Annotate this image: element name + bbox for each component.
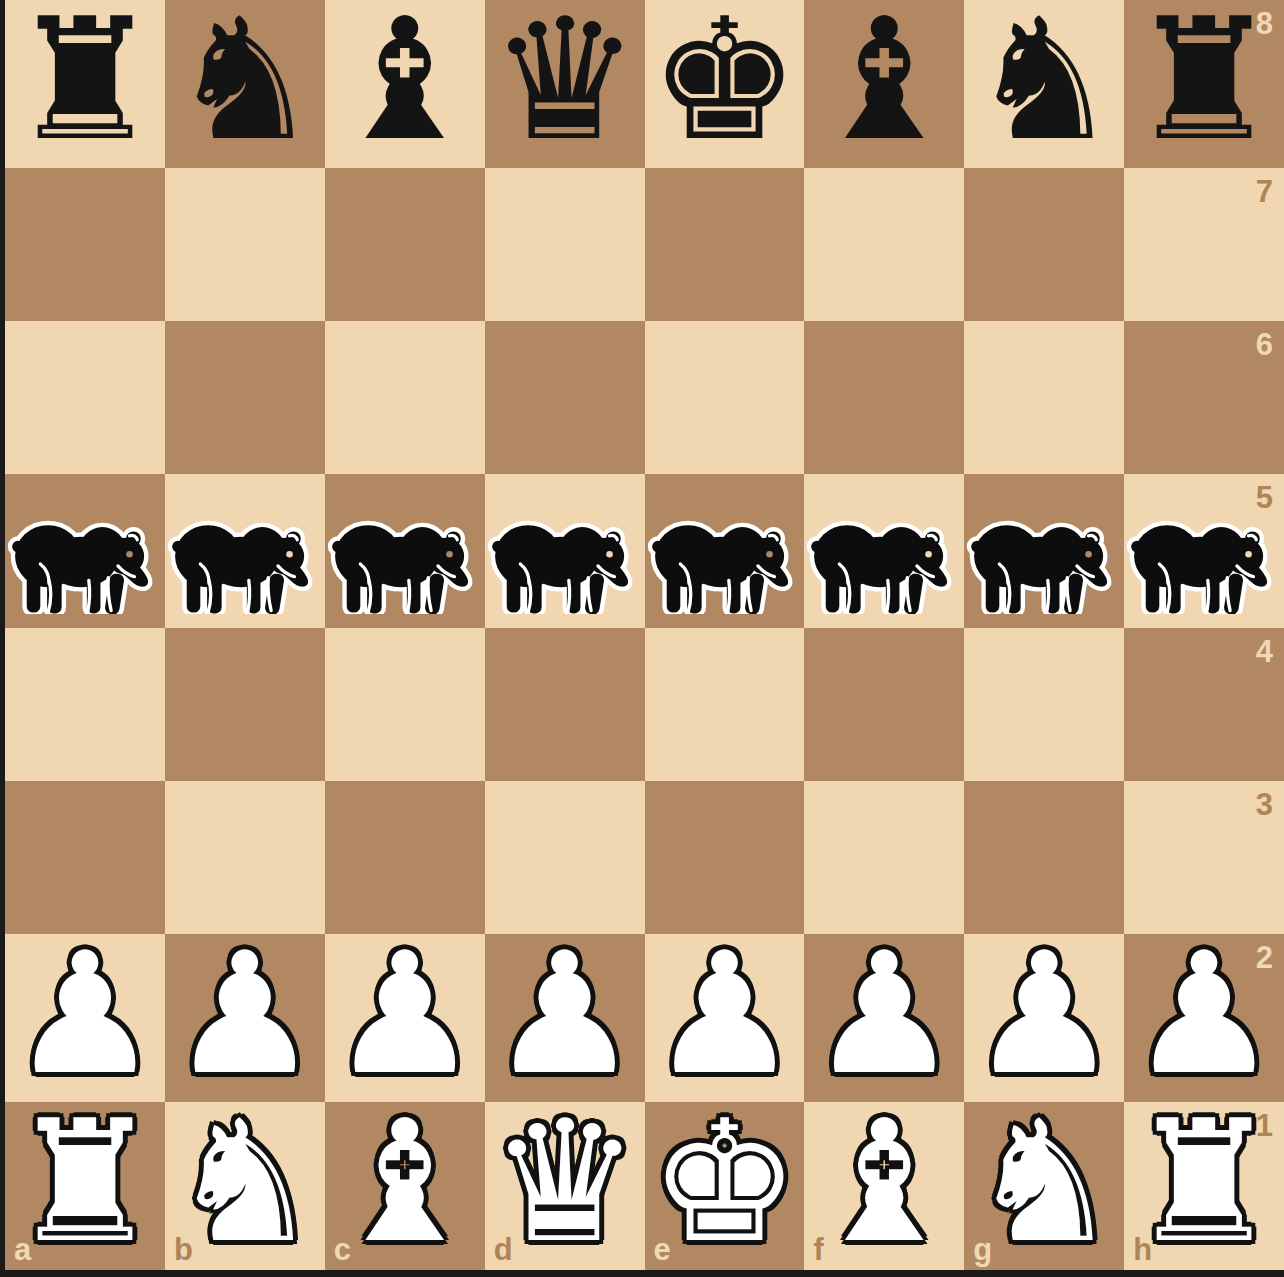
- file-label-b: b: [174, 1234, 193, 1265]
- file-label-c: c: [334, 1234, 351, 1265]
- square-d2[interactable]: ♟: [485, 934, 645, 1102]
- rank-label-5: 5: [1256, 482, 1273, 513]
- square-d4[interactable]: [485, 628, 645, 781]
- rank-label-3: 3: [1256, 789, 1273, 820]
- square-g4[interactable]: [964, 628, 1124, 781]
- square-g8[interactable]: ♞: [964, 0, 1124, 168]
- black-bear-piece[interactable]: [645, 498, 805, 614]
- square-a7[interactable]: [5, 168, 165, 321]
- square-f5[interactable]: [804, 474, 964, 627]
- black-bear-piece[interactable]: [165, 498, 325, 614]
- bear-eye: [446, 551, 453, 558]
- piece-white-rook[interactable]: ♜: [10, 1098, 161, 1266]
- square-d8[interactable]: ♛: [485, 0, 645, 168]
- square-e3[interactable]: [645, 781, 805, 934]
- piece-black-knight[interactable]: ♞: [170, 0, 321, 164]
- square-c2[interactable]: ♟: [325, 934, 485, 1102]
- bear-body: [1131, 525, 1267, 614]
- square-b3[interactable]: [165, 781, 325, 934]
- square-e8[interactable]: ♚: [645, 0, 805, 168]
- square-b8[interactable]: ♞: [165, 0, 325, 168]
- square-b1[interactable]: ♞b: [165, 1102, 325, 1270]
- bear-eye: [126, 551, 133, 558]
- square-g6[interactable]: [964, 321, 1124, 474]
- piece-black-bishop[interactable]: ♝: [809, 0, 960, 164]
- piece-white-pawn[interactable]: ♟: [809, 930, 960, 1098]
- square-h8[interactable]: ♜8: [1124, 0, 1284, 168]
- square-d6[interactable]: [485, 321, 645, 474]
- piece-black-rook[interactable]: ♜: [10, 0, 161, 164]
- square-c1[interactable]: ♝c: [325, 1102, 485, 1270]
- file-label-g: g: [973, 1234, 992, 1265]
- square-e4[interactable]: [645, 628, 805, 781]
- square-e7[interactable]: [645, 168, 805, 321]
- file-label-h: h: [1133, 1234, 1152, 1265]
- bear-eye: [286, 551, 293, 558]
- square-h5[interactable]: 5: [1124, 474, 1284, 627]
- square-c6[interactable]: [325, 321, 485, 474]
- piece-white-bishop[interactable]: ♝: [329, 1098, 480, 1266]
- bear-body: [652, 525, 788, 614]
- piece-white-pawn[interactable]: ♟: [489, 930, 640, 1098]
- bear-body: [971, 525, 1107, 614]
- square-b4[interactable]: [165, 628, 325, 781]
- black-bear-piece[interactable]: [485, 498, 645, 614]
- square-h6[interactable]: 6: [1124, 321, 1284, 474]
- piece-white-pawn[interactable]: ♟: [649, 930, 800, 1098]
- rank-label-8: 8: [1256, 8, 1273, 39]
- square-c4[interactable]: [325, 628, 485, 781]
- square-d1[interactable]: ♛d: [485, 1102, 645, 1270]
- piece-white-bishop[interactable]: ♝: [809, 1098, 960, 1266]
- file-label-a: a: [14, 1234, 31, 1265]
- file-label-f: f: [813, 1234, 823, 1265]
- square-c3[interactable]: [325, 781, 485, 934]
- square-b6[interactable]: [165, 321, 325, 474]
- black-bear-piece[interactable]: [5, 498, 165, 614]
- square-h3[interactable]: 3: [1124, 781, 1284, 934]
- square-e5[interactable]: [645, 474, 805, 627]
- piece-black-king[interactable]: ♚: [649, 0, 800, 164]
- square-a3[interactable]: [5, 781, 165, 934]
- bear-eye: [606, 551, 613, 558]
- square-g2[interactable]: ♟: [964, 934, 1124, 1102]
- square-a2[interactable]: ♟: [5, 934, 165, 1102]
- chess-board: ♜♞♝♛♚♝♞♜876543♟♟♟♟♟♟♟♟2♜a♞b♝c♛d♚e♝f♞g♜1h: [5, 0, 1284, 1270]
- square-d3[interactable]: [485, 781, 645, 934]
- square-a5[interactable]: [5, 474, 165, 627]
- square-f1[interactable]: ♝f: [804, 1102, 964, 1270]
- square-a6[interactable]: [5, 321, 165, 474]
- square-h4[interactable]: 4: [1124, 628, 1284, 781]
- rank-label-2: 2: [1256, 942, 1273, 973]
- bear-body: [332, 525, 468, 614]
- square-c8[interactable]: ♝: [325, 0, 485, 168]
- piece-black-queen[interactable]: ♛: [489, 0, 640, 164]
- bear-eye: [766, 551, 773, 558]
- square-g3[interactable]: [964, 781, 1124, 934]
- rank-label-4: 4: [1256, 636, 1273, 667]
- rank-label-6: 6: [1256, 329, 1273, 360]
- file-label-e: e: [654, 1234, 671, 1265]
- square-e2[interactable]: ♟: [645, 934, 805, 1102]
- black-bear-piece[interactable]: [804, 498, 964, 614]
- square-b2[interactable]: ♟: [165, 934, 325, 1102]
- bear-eye: [1245, 551, 1252, 558]
- piece-white-pawn[interactable]: ♟: [170, 930, 321, 1098]
- bear-body: [812, 525, 948, 614]
- square-f3[interactable]: [804, 781, 964, 934]
- bear-eye: [926, 551, 933, 558]
- bear-body: [492, 525, 628, 614]
- rank-label-7: 7: [1256, 176, 1273, 207]
- square-f7[interactable]: [804, 168, 964, 321]
- bear-eye: [1086, 551, 1093, 558]
- file-label-d: d: [494, 1234, 513, 1265]
- square-d7[interactable]: [485, 168, 645, 321]
- square-a4[interactable]: [5, 628, 165, 781]
- piece-white-pawn[interactable]: ♟: [10, 930, 161, 1098]
- square-f6[interactable]: [804, 321, 964, 474]
- square-h7[interactable]: 7: [1124, 168, 1284, 321]
- rank-label-1: 1: [1256, 1110, 1273, 1141]
- square-b7[interactable]: [165, 168, 325, 321]
- square-a8[interactable]: ♜: [5, 0, 165, 168]
- piece-white-pawn[interactable]: ♟: [969, 930, 1120, 1098]
- square-h1[interactable]: ♜1h: [1124, 1102, 1284, 1270]
- piece-black-bishop[interactable]: ♝: [329, 0, 480, 164]
- black-bear-piece[interactable]: [1124, 498, 1284, 614]
- piece-white-pawn[interactable]: ♟: [329, 930, 480, 1098]
- square-c5[interactable]: [325, 474, 485, 627]
- square-g5[interactable]: [964, 474, 1124, 627]
- black-bear-piece[interactable]: [325, 498, 485, 614]
- square-h2[interactable]: ♟2: [1124, 934, 1284, 1102]
- square-e6[interactable]: [645, 321, 805, 474]
- black-bear-piece[interactable]: [964, 498, 1124, 614]
- square-b5[interactable]: [165, 474, 325, 627]
- square-d5[interactable]: [485, 474, 645, 627]
- square-f2[interactable]: ♟: [804, 934, 964, 1102]
- square-g1[interactable]: ♞g: [964, 1102, 1124, 1270]
- piece-white-king[interactable]: ♚: [649, 1098, 800, 1266]
- square-c7[interactable]: [325, 168, 485, 321]
- bear-body: [12, 525, 148, 614]
- square-e1[interactable]: ♚e: [645, 1102, 805, 1270]
- square-f4[interactable]: [804, 628, 964, 781]
- bear-body: [172, 525, 308, 614]
- piece-black-knight[interactable]: ♞: [969, 0, 1120, 164]
- square-a1[interactable]: ♜a: [5, 1102, 165, 1270]
- square-f8[interactable]: ♝: [804, 0, 964, 168]
- square-g7[interactable]: [964, 168, 1124, 321]
